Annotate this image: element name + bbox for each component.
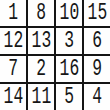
cell-number: 2 — [36, 57, 46, 81]
cell-number: 4 — [92, 85, 102, 109]
cell-number: 5 — [64, 85, 74, 109]
cell-r2c2: 16 — [56, 56, 82, 82]
cell-number: 11 — [31, 85, 51, 109]
cell-number: 9 — [92, 57, 102, 81]
cell-r3c2: 5 — [56, 84, 82, 110]
cell-r3c0: 14 — [0, 84, 26, 110]
cell-r2c1: 2 — [28, 56, 54, 82]
cell-number: 16 — [59, 57, 79, 81]
cell-r0c2: 10 — [56, 0, 82, 26]
cell-r2c0: 7 — [0, 56, 26, 82]
cell-r1c3: 6 — [84, 28, 110, 54]
cell-number: 1 — [8, 1, 18, 25]
cell-r2c3: 9 — [84, 56, 110, 82]
cell-r0c1: 8 — [28, 0, 54, 26]
magic-square-board: 1 8 10 15 12 13 3 6 7 2 16 9 14 11 5 4 — [0, 0, 110, 110]
cell-number: 3 — [64, 29, 74, 53]
cell-number: 7 — [8, 57, 18, 81]
cell-number: 12 — [3, 29, 23, 53]
cell-r3c3: 4 — [84, 84, 110, 110]
cell-number: 6 — [92, 29, 102, 53]
cell-r0c3: 15 — [84, 0, 110, 26]
cell-number: 8 — [36, 1, 46, 25]
cell-r0c0: 1 — [0, 0, 26, 26]
cell-number: 14 — [3, 85, 23, 109]
cell-r1c1: 13 — [28, 28, 54, 54]
cell-number: 15 — [87, 1, 107, 25]
cell-r3c1: 11 — [28, 84, 54, 110]
cell-r1c0: 12 — [0, 28, 26, 54]
cell-number: 13 — [31, 29, 51, 53]
cell-r1c2: 3 — [56, 28, 82, 54]
cell-number: 10 — [59, 1, 79, 25]
